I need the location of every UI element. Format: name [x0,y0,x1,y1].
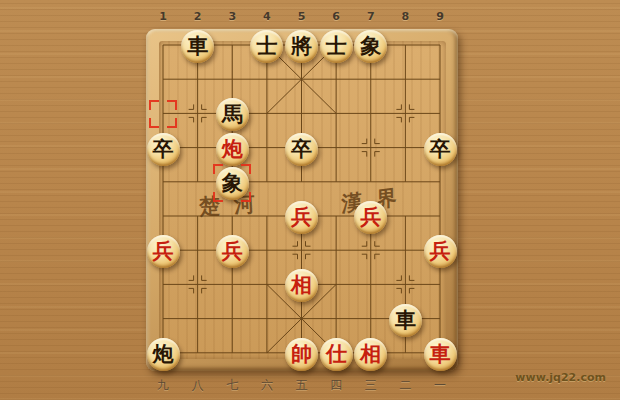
file-label-bottom-9: 一 [429,377,451,394]
file-label-bottom-6: 四 [325,377,347,394]
piece-red-elephant[interactable]: 相 [354,338,387,371]
piece-glyph: 兵 [222,241,243,262]
piece-glyph: 相 [360,344,381,365]
file-label-bottom-1: 九 [152,377,174,394]
piece-black-soldier[interactable]: 卒 [424,133,457,166]
piece-black-chariot[interactable]: 車 [389,304,422,337]
file-label-bottom-4: 六 [256,377,278,394]
file-label-bottom-7: 三 [360,377,382,394]
piece-red-advisor[interactable]: 仕 [320,338,353,371]
piece-red-chariot[interactable]: 車 [424,338,457,371]
file-label-top-3: 3 [221,10,243,23]
piece-black-horse[interactable]: 馬 [216,98,249,131]
piece-glyph: 象 [360,36,381,57]
piece-black-soldier[interactable]: 卒 [147,133,180,166]
file-label-top-4: 4 [256,10,278,23]
piece-glyph: 卒 [291,139,312,160]
file-label-bottom-3: 七 [221,377,243,394]
piece-glyph: 車 [430,344,451,365]
piece-black-general[interactable]: 將 [285,30,318,63]
piece-black-soldier[interactable]: 卒 [285,133,318,166]
file-label-bottom-2: 八 [187,377,209,394]
piece-glyph: 兵 [153,241,174,262]
file-label-bottom-8: 二 [394,377,416,394]
file-label-bottom-5: 五 [291,377,313,394]
piece-red-soldier[interactable]: 兵 [216,235,249,268]
piece-black-chariot[interactable]: 車 [181,30,214,63]
piece-glyph: 車 [187,36,208,57]
piece-glyph: 兵 [430,241,451,262]
piece-red-soldier[interactable]: 兵 [285,201,318,234]
piece-glyph: 炮 [222,139,243,160]
file-label-top-9: 9 [429,10,451,23]
piece-black-cannon[interactable]: 炮 [147,338,180,371]
piece-glyph: 將 [291,36,312,57]
piece-glyph: 炮 [153,344,174,365]
piece-glyph: 卒 [430,139,451,160]
file-label-top-1: 1 [152,10,174,23]
piece-glyph: 相 [291,275,312,296]
file-label-top-2: 2 [187,10,209,23]
xiangqi-app: 楚河 漢界 車士將士象馬卒炮卒卒象兵兵兵兵兵相車炮帥仕相車 123456789 … [0,0,620,400]
piece-glyph: 卒 [153,139,174,160]
piece-glyph: 士 [326,36,347,57]
file-label-top-8: 8 [394,10,416,23]
watermark: www.jq22.com [515,371,606,384]
piece-black-advisor[interactable]: 士 [320,30,353,63]
file-label-top-6: 6 [325,10,347,23]
piece-glyph: 帥 [291,344,312,365]
piece-glyph: 兵 [291,207,312,228]
piece-glyph: 士 [256,36,277,57]
file-label-top-7: 7 [360,10,382,23]
piece-glyph: 車 [395,310,416,331]
piece-red-soldier[interactable]: 兵 [424,235,457,268]
piece-glyph: 兵 [360,207,381,228]
piece-red-cannon[interactable]: 炮 [216,133,249,166]
piece-black-elephant[interactable]: 象 [216,167,249,200]
piece-glyph: 象 [222,173,243,194]
piece-glyph: 仕 [326,344,347,365]
file-label-top-5: 5 [291,10,313,23]
piece-red-general[interactable]: 帥 [285,338,318,371]
piece-red-soldier[interactable]: 兵 [147,235,180,268]
piece-glyph: 馬 [222,104,243,125]
